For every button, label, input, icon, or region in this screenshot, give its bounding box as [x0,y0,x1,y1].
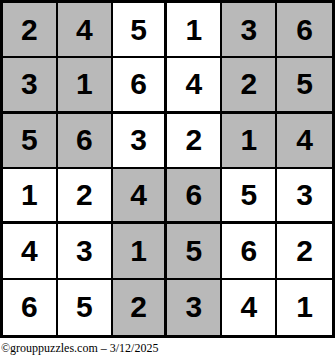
cell-r1c3: 5 [113,3,168,58]
cell-r5c4: 5 [167,224,222,279]
cell-r4c5: 5 [222,169,277,224]
cell-r5c6: 2 [277,224,332,279]
cell-r1c4: 1 [167,3,222,58]
cell-r2c5: 2 [222,58,277,113]
cell-r4c6: 3 [277,169,332,224]
cell-r6c3: 2 [113,280,168,335]
cell-r4c1: 1 [3,169,58,224]
cell-r1c5: 3 [222,3,277,58]
cell-r3c1: 5 [3,114,58,169]
cell-r5c2: 3 [58,224,113,279]
cell-r4c3: 4 [113,169,168,224]
cell-r1c1: 2 [3,3,58,58]
cell-r3c3: 3 [113,114,168,169]
cell-r1c6: 6 [277,3,332,58]
cell-r2c6: 5 [277,58,332,113]
cell-r6c6: 1 [277,280,332,335]
cell-r6c2: 5 [58,280,113,335]
cell-r2c3: 6 [113,58,168,113]
cell-r4c2: 2 [58,169,113,224]
cell-r6c5: 4 [222,280,277,335]
cell-r6c1: 6 [3,280,58,335]
copyright-credit: ©grouppuzzles.com – 3/12/2025 [1,341,158,356]
sudoku-board: 245136316425563214124653431562652341 [0,0,335,338]
cell-r2c4: 4 [167,58,222,113]
cell-r2c2: 1 [58,58,113,113]
cell-r3c4: 2 [167,114,222,169]
cell-r3c2: 6 [58,114,113,169]
cell-r4c4: 6 [167,169,222,224]
cell-r1c2: 4 [58,3,113,58]
puzzle-page: 245136316425563214124653431562652341 ©gr… [0,0,335,357]
cell-r3c6: 4 [277,114,332,169]
cell-r5c5: 6 [222,224,277,279]
cell-r5c3: 1 [113,224,168,279]
cell-r5c1: 4 [3,224,58,279]
cell-r3c5: 1 [222,114,277,169]
cell-r2c1: 3 [3,58,58,113]
cell-r6c4: 3 [167,280,222,335]
